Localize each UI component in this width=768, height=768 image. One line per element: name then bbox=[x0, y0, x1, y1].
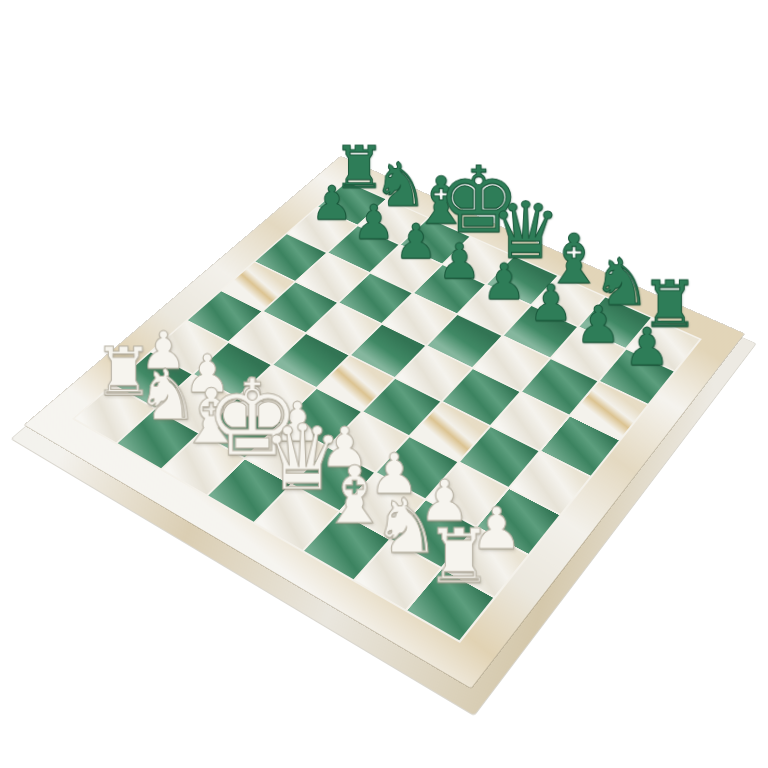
piece-green-pawn-b7[interactable]: ♟ bbox=[575, 299, 621, 350]
board-grid: ♜♟♟♜♞♟♟♞♝♟♟♝♚♟♟♚♛♟♟♛♝♟♟♝♞♟♟♞♜♟♟♜ bbox=[75, 182, 699, 640]
piece-green-pawn-f7[interactable]: ♟ bbox=[394, 217, 437, 265]
board-frame: ♜♟♟♜♞♟♟♞♝♟♟♝♚♟♟♚♛♟♟♛♝♟♟♝♞♟♟♞♜♟♟♜ bbox=[25, 156, 744, 688]
square-f7[interactable]: ♟ bbox=[371, 246, 441, 293]
piece-green-pawn-a7[interactable]: ♟ bbox=[624, 321, 670, 373]
piece-green-pawn-d7[interactable]: ♟ bbox=[482, 257, 526, 307]
piece-green-pawn-e7[interactable]: ♟ bbox=[437, 237, 481, 286]
piece-white-rook-a1[interactable]: ♜ bbox=[425, 519, 492, 594]
piece-green-pawn-h7[interactable]: ♟ bbox=[311, 180, 353, 227]
piece-green-pawn-c7[interactable]: ♟ bbox=[528, 278, 573, 328]
square-a5[interactable] bbox=[541, 416, 619, 475]
product-photo-scene: ♜♟♟♜♞♟♟♞♝♟♟♝♚♟♟♚♛♟♟♛♝♟♟♝♞♟♟♞♜♟♟♜ bbox=[0, 0, 768, 768]
square-d7[interactable]: ♟ bbox=[458, 285, 530, 335]
piece-green-pawn-g7[interactable]: ♟ bbox=[352, 198, 395, 246]
chess-board: ♜♟♟♜♞♟♟♞♝♟♟♝♚♟♟♚♛♟♟♛♝♟♟♝♞♟♟♞♜♟♟♜ bbox=[25, 156, 744, 688]
